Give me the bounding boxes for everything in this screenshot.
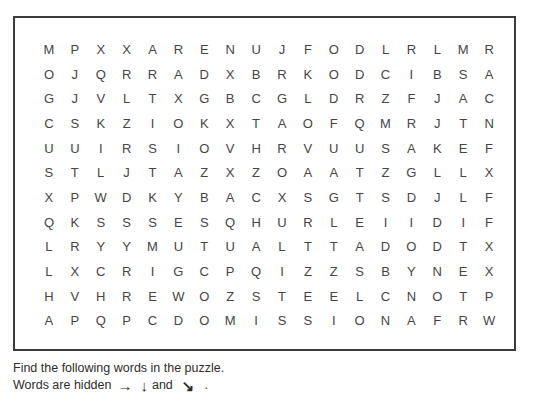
grid-cell-r10c6: G [165, 259, 191, 284]
grid-cell-r8c10: U [269, 210, 295, 235]
grid-cell-r2c6: A [165, 62, 191, 87]
grid-cell-r4c2: S [62, 111, 88, 136]
grid-cell-r8c2: K [62, 210, 88, 235]
grid-cell-r1c13: D [347, 37, 373, 62]
grid-cell-r8c1: Q [36, 210, 62, 235]
grid-cell-r12c2: P [62, 309, 88, 334]
grid-cell-r3c13: R [347, 86, 373, 111]
grid-cell-r4c6: O [165, 111, 191, 136]
grid-cell-r8c18: F [476, 210, 502, 235]
instructions-line2: Words are hidden → ↓ and ↘ . [13, 377, 224, 394]
grid-cell-r3c18: C [476, 86, 502, 111]
grid-cell-r9c6: U [165, 235, 191, 260]
grid-cell-r10c11: Z [295, 259, 321, 284]
grid-cell-r11c6: W [165, 284, 191, 309]
grid-cell-r11c4: R [114, 284, 140, 309]
grid-cell-r1c9: U [243, 37, 269, 62]
grid-cell-r10c7: C [191, 259, 217, 284]
grid-cell-r1c15: R [398, 37, 424, 62]
grid-cell-r8c8: Q [217, 210, 243, 235]
grid-cell-r1c2: P [62, 37, 88, 62]
grid-cell-r7c4: D [114, 185, 140, 210]
grid-cell-r10c17: E [450, 259, 476, 284]
grid-cell-r12c4: P [114, 309, 140, 334]
grid-cell-r9c3: Y [88, 235, 114, 260]
grid-cell-r2c8: X [217, 62, 243, 87]
grid-cell-r1c5: A [140, 37, 166, 62]
grid-cell-r10c4: R [114, 259, 140, 284]
grid-cell-r11c8: Z [217, 284, 243, 309]
grid-cell-r11c10: T [269, 284, 295, 309]
grid-cell-r10c16: N [424, 259, 450, 284]
grid-cell-r3c1: G [36, 86, 62, 111]
grid-cell-r1c14: L [373, 37, 399, 62]
grid-cell-r6c8: X [217, 160, 243, 185]
grid-cell-r4c9: T [243, 111, 269, 136]
grid-cell-r6c4: J [114, 160, 140, 185]
grid-cell-r7c9: C [243, 185, 269, 210]
grid-cell-r12c17: R [450, 309, 476, 334]
grid-cell-r2c18: A [476, 62, 502, 87]
grid-cell-r9c7: T [191, 235, 217, 260]
grid-cell-r2c12: O [321, 62, 347, 87]
grid-cell-r8c4: S [114, 210, 140, 235]
grid-cell-r10c14: B [373, 259, 399, 284]
grid-cell-r7c3: W [88, 185, 114, 210]
grid-cell-r6c14: Z [373, 160, 399, 185]
grid-cell-r11c13: L [347, 284, 373, 309]
grid-cell-r11c16: O [424, 284, 450, 309]
grid-cell-r1c8: N [217, 37, 243, 62]
grid-cell-r12c11: S [295, 309, 321, 334]
grid-cell-r5c1: U [36, 136, 62, 161]
grid-cell-r12c8: M [217, 309, 243, 334]
grid-cell-r7c7: B [191, 185, 217, 210]
grid-cell-r1c11: F [295, 37, 321, 62]
grid-cell-r3c7: G [191, 86, 217, 111]
grid-cell-r5c3: I [88, 136, 114, 161]
grid-cell-r4c3: K [88, 111, 114, 136]
grid-cell-r9c1: L [36, 235, 62, 260]
instructions: Find the following words in the puzzle. … [13, 360, 224, 394]
grid-cell-r12c3: Q [88, 309, 114, 334]
grid-cell-r1c16: L [424, 37, 450, 62]
grid-cell-r8c12: L [321, 210, 347, 235]
grid-cell-r5c8: V [217, 136, 243, 161]
grid-cell-r5c9: H [243, 136, 269, 161]
grid-cell-r4c11: O [295, 111, 321, 136]
grid-cell-r7c12: G [321, 185, 347, 210]
instructions-conjunction: and [152, 377, 173, 394]
grid-cell-r7c15: D [398, 185, 424, 210]
grid-cell-r9c9: A [243, 235, 269, 260]
grid-cell-r3c17: A [450, 86, 476, 111]
grid-cell-r6c7: Z [191, 160, 217, 185]
grid-cell-r7c13: T [347, 185, 373, 210]
grid-cell-r6c12: A [321, 160, 347, 185]
grid-cell-r3c2: J [62, 86, 88, 111]
grid-cell-r2c10: R [269, 62, 295, 87]
grid-cell-r1c12: O [321, 37, 347, 62]
grid-cell-r11c17: T [450, 284, 476, 309]
grid-cell-r6c10: O [269, 160, 295, 185]
grid-cell-r1c7: E [191, 37, 217, 62]
grid-cell-r1c4: X [114, 37, 140, 62]
grid-cell-r11c1: H [36, 284, 62, 309]
grid-cell-r7c5: K [140, 185, 166, 210]
puzzle-board: MPXXARENUJFODLRLMROJQRRADXBRKODCIBSAGJVL… [13, 16, 516, 351]
grid-cell-r6c5: T [140, 160, 166, 185]
grid-cell-r12c18: W [476, 309, 502, 334]
grid-cell-r6c15: G [398, 160, 424, 185]
grid-cell-r8c15: I [398, 210, 424, 235]
grid-cell-r2c7: D [191, 62, 217, 87]
grid-cell-r6c16: L [424, 160, 450, 185]
grid-cell-r10c1: L [36, 259, 62, 284]
grid-cell-r9c11: T [295, 235, 321, 260]
grid-cell-r1c3: X [88, 37, 114, 62]
grid-cell-r2c16: B [424, 62, 450, 87]
grid-cell-r11c5: E [140, 284, 166, 309]
grid-cell-r3c15: F [398, 86, 424, 111]
grid-cell-r11c18: P [476, 284, 502, 309]
grid-cell-r2c1: O [36, 62, 62, 87]
grid-cell-r4c18: N [476, 111, 502, 136]
grid-cell-r7c11: S [295, 185, 321, 210]
grid-cell-r10c3: C [88, 259, 114, 284]
grid-cell-r5c4: R [114, 136, 140, 161]
grid-cell-r5c11: V [295, 136, 321, 161]
grid-cell-r5c2: U [62, 136, 88, 161]
grid-cell-r4c13: Q [347, 111, 373, 136]
grid-cell-r9c5: M [140, 235, 166, 260]
grid-cell-r5c5: S [140, 136, 166, 161]
grid-cell-r4c8: X [217, 111, 243, 136]
grid-cell-r4c12: F [321, 111, 347, 136]
grid-cell-r5c6: I [165, 136, 191, 161]
grid-cell-r12c14: N [373, 309, 399, 334]
grid-cell-r7c14: S [373, 185, 399, 210]
grid-cell-r9c12: T [321, 235, 347, 260]
grid-cell-r10c9: Q [243, 259, 269, 284]
grid-cell-r1c17: M [450, 37, 476, 62]
grid-cell-r5c10: R [269, 136, 295, 161]
grid-cell-r5c17: E [450, 136, 476, 161]
grid-cell-r11c7: O [191, 284, 217, 309]
grid-cell-r3c4: L [114, 86, 140, 111]
grid-cell-r9c18: X [476, 235, 502, 260]
grid-cell-r6c11: A [295, 160, 321, 185]
arrow-diagonal-icon: ↘ [182, 377, 195, 394]
grid-cell-r4c17: T [450, 111, 476, 136]
grid-cell-r3c3: V [88, 86, 114, 111]
grid-cell-r12c1: A [36, 309, 62, 334]
grid-cell-r4c10: A [269, 111, 295, 136]
grid-cell-r8c17: I [450, 210, 476, 235]
grid-cell-r10c13: S [347, 259, 373, 284]
grid-cell-r7c18: F [476, 185, 502, 210]
grid-cell-r1c1: M [36, 37, 62, 62]
grid-cell-r10c12: Z [321, 259, 347, 284]
grid-cell-r3c14: Z [373, 86, 399, 111]
instructions-line1: Find the following words in the puzzle. [13, 360, 224, 377]
grid-cell-r2c11: K [295, 62, 321, 87]
grid-cell-r3c11: L [295, 86, 321, 111]
grid-cell-r7c6: Y [165, 185, 191, 210]
grid-cell-r6c6: A [165, 160, 191, 185]
grid-cell-r10c8: P [217, 259, 243, 284]
grid-cell-r4c15: R [398, 111, 424, 136]
grid-cell-r6c18: X [476, 160, 502, 185]
instructions-line2-text: Words are hidden [13, 377, 111, 394]
worksheet-page: MPXXARENUJFODLRLMROJQRRADXBRKODCIBSAGJVL… [0, 0, 540, 406]
arrow-right-icon: → [117, 377, 132, 394]
grid-cell-r4c7: K [191, 111, 217, 136]
grid-cell-r10c18: X [476, 259, 502, 284]
grid-cell-r3c12: D [321, 86, 347, 111]
grid-cell-r10c10: I [269, 259, 295, 284]
grid-cell-r8c16: D [424, 210, 450, 235]
grid-cell-r4c1: C [36, 111, 62, 136]
grid-cell-r8c14: I [373, 210, 399, 235]
grid-cell-r12c6: D [165, 309, 191, 334]
grid-cell-r2c9: B [243, 62, 269, 87]
grid-cell-r9c16: D [424, 235, 450, 260]
grid-cell-r2c2: J [62, 62, 88, 87]
grid-cell-r9c2: R [62, 235, 88, 260]
grid-cell-r4c4: Z [114, 111, 140, 136]
grid-cell-r8c6: E [165, 210, 191, 235]
grid-cell-r3c5: T [140, 86, 166, 111]
grid-cell-r12c5: C [140, 309, 166, 334]
grid-cell-r8c11: R [295, 210, 321, 235]
grid-cell-r1c6: R [165, 37, 191, 62]
grid-cell-r7c16: J [424, 185, 450, 210]
grid-cell-r6c17: L [450, 160, 476, 185]
grid-cell-r11c11: E [295, 284, 321, 309]
grid-cell-r7c8: A [217, 185, 243, 210]
grid-cell-r11c12: E [321, 284, 347, 309]
grid-cell-r12c10: S [269, 309, 295, 334]
grid-cell-r9c10: L [269, 235, 295, 260]
grid-cell-r10c15: Y [398, 259, 424, 284]
grid-cell-r6c3: L [88, 160, 114, 185]
grid-cell-r6c1: S [36, 160, 62, 185]
grid-cell-r5c16: K [424, 136, 450, 161]
grid-cell-r11c15: N [398, 284, 424, 309]
grid-cell-r5c14: S [373, 136, 399, 161]
grid-cell-r4c14: M [373, 111, 399, 136]
grid-cell-r10c5: I [140, 259, 166, 284]
grid-cell-r4c16: J [424, 111, 450, 136]
grid-cell-r9c14: D [373, 235, 399, 260]
grid-cell-r3c10: G [269, 86, 295, 111]
grid-cell-r8c3: S [88, 210, 114, 235]
grid-cell-r5c15: A [398, 136, 424, 161]
grid-cell-r9c4: Y [114, 235, 140, 260]
grid-cell-r2c17: S [450, 62, 476, 87]
grid-cell-r4c5: I [140, 111, 166, 136]
grid-cell-r5c12: U [321, 136, 347, 161]
grid-cell-r8c9: H [243, 210, 269, 235]
grid-cell-r5c18: F [476, 136, 502, 161]
grid-cell-r7c17: L [450, 185, 476, 210]
grid-cell-r11c3: H [88, 284, 114, 309]
grid-cell-r10c2: X [62, 259, 88, 284]
arrow-down-icon: ↓ [140, 377, 148, 394]
grid-cell-r8c5: S [140, 210, 166, 235]
grid-cell-r9c15: O [398, 235, 424, 260]
grid-cell-r2c15: I [398, 62, 424, 87]
grid-cell-r8c13: E [347, 210, 373, 235]
grid-cell-r3c9: C [243, 86, 269, 111]
grid-cell-r8c7: S [191, 210, 217, 235]
grid-cell-r11c9: S [243, 284, 269, 309]
grid-cell-r2c3: Q [88, 62, 114, 87]
grid-cell-r2c14: C [373, 62, 399, 87]
grid-cell-r1c18: R [476, 37, 502, 62]
grid-cell-r7c2: P [62, 185, 88, 210]
grid-cell-r9c8: U [217, 235, 243, 260]
grid-cell-r7c1: X [36, 185, 62, 210]
instructions-period: . [204, 377, 207, 394]
grid-cell-r12c15: A [398, 309, 424, 334]
grid-cell-r11c2: V [62, 284, 88, 309]
grid-cell-r9c13: A [347, 235, 373, 260]
grid-cell-r12c9: I [243, 309, 269, 334]
grid-cell-r12c16: F [424, 309, 450, 334]
grid-cell-r3c6: X [165, 86, 191, 111]
grid-cell-r2c5: R [140, 62, 166, 87]
grid-cell-r6c13: T [347, 160, 373, 185]
grid-cell-r3c16: J [424, 86, 450, 111]
grid-cell-r2c13: D [347, 62, 373, 87]
grid-cell-r2c4: R [114, 62, 140, 87]
grid-cell-r6c9: Z [243, 160, 269, 185]
grid-cell-r12c12: I [321, 309, 347, 334]
grid-cell-r9c17: T [450, 235, 476, 260]
grid-cell-r7c10: X [269, 185, 295, 210]
grid-cell-r3c8: B [217, 86, 243, 111]
grid-cell-r6c2: T [62, 160, 88, 185]
word-search-grid: MPXXARENUJFODLRLMROJQRRADXBRKODCIBSAGJVL… [36, 37, 502, 333]
grid-cell-r11c14: C [373, 284, 399, 309]
grid-cell-r12c13: O [347, 309, 373, 334]
grid-cell-r1c10: J [269, 37, 295, 62]
grid-cell-r5c13: U [347, 136, 373, 161]
grid-cell-r5c7: O [191, 136, 217, 161]
grid-cell-r12c7: O [191, 309, 217, 334]
